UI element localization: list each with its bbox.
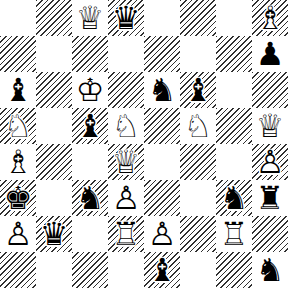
square-d6[interactable] bbox=[108, 72, 144, 108]
piece-white-knight[interactable]: ♞♘ bbox=[0, 108, 36, 144]
white-pawn-glyph: ♙ bbox=[108, 180, 144, 216]
square-b1[interactable] bbox=[36, 252, 72, 288]
piece-black-knight[interactable]: ♞♞ bbox=[216, 180, 252, 216]
square-e6[interactable]: ♞♞ bbox=[144, 72, 180, 108]
piece-black-knight[interactable]: ♞♞ bbox=[252, 252, 288, 288]
square-a1[interactable] bbox=[0, 252, 36, 288]
black-bishop-glyph: ♝ bbox=[72, 108, 108, 144]
square-b5[interactable] bbox=[36, 108, 72, 144]
white-pawn-glyph: ♙ bbox=[252, 144, 288, 180]
piece-black-knight[interactable]: ♞♞ bbox=[144, 72, 180, 108]
white-queen-glyph: ♕ bbox=[252, 108, 288, 144]
black-knight-glyph: ♞ bbox=[216, 180, 252, 216]
square-d1[interactable] bbox=[108, 252, 144, 288]
piece-white-queen[interactable]: ♛♕ bbox=[108, 144, 144, 180]
square-b4[interactable] bbox=[36, 144, 72, 180]
square-b3[interactable] bbox=[36, 180, 72, 216]
piece-white-pawn[interactable]: ♟♙ bbox=[144, 216, 180, 252]
black-knight-glyph: ♞ bbox=[144, 72, 180, 108]
square-b7[interactable] bbox=[36, 36, 72, 72]
white-rook-glyph: ♖ bbox=[108, 216, 144, 252]
piece-black-rook[interactable]: ♜♜ bbox=[252, 180, 288, 216]
square-f8[interactable] bbox=[180, 0, 216, 36]
square-a2[interactable]: ♟♙ bbox=[0, 216, 36, 252]
white-pawn-glyph: ♙ bbox=[144, 216, 180, 252]
square-f2[interactable] bbox=[180, 216, 216, 252]
square-d7[interactable] bbox=[108, 36, 144, 72]
chess-board: ♛♕♛♛♝♗♟♟♝♝♚♔♞♞♝♝♞♘♝♝♞♘♞♘♛♕♝♗♛♕♟♙♚♚♞♞♟♙♞♞… bbox=[0, 0, 288, 288]
square-h8[interactable]: ♝♗ bbox=[252, 0, 288, 36]
square-d5[interactable]: ♞♘ bbox=[108, 108, 144, 144]
piece-black-bishop[interactable]: ♝♝ bbox=[144, 252, 180, 288]
square-h7[interactable]: ♟♟ bbox=[252, 36, 288, 72]
black-knight-glyph: ♞ bbox=[252, 252, 288, 288]
square-c8[interactable]: ♛♕ bbox=[72, 0, 108, 36]
square-e2[interactable]: ♟♙ bbox=[144, 216, 180, 252]
piece-black-queen[interactable]: ♛♛ bbox=[108, 0, 144, 36]
square-a7[interactable] bbox=[0, 36, 36, 72]
piece-black-bishop[interactable]: ♝♝ bbox=[180, 72, 216, 108]
piece-black-bishop[interactable]: ♝♝ bbox=[0, 72, 36, 108]
square-g4[interactable] bbox=[216, 144, 252, 180]
square-c3[interactable]: ♞♞ bbox=[72, 180, 108, 216]
white-rook-glyph: ♖ bbox=[216, 216, 252, 252]
square-c1[interactable] bbox=[72, 252, 108, 288]
square-g5[interactable] bbox=[216, 108, 252, 144]
square-a3[interactable]: ♚♚ bbox=[0, 180, 36, 216]
piece-white-pawn[interactable]: ♟♙ bbox=[0, 216, 36, 252]
piece-black-queen[interactable]: ♛♛ bbox=[36, 216, 72, 252]
black-bishop-glyph: ♝ bbox=[144, 252, 180, 288]
square-b2[interactable]: ♛♛ bbox=[36, 216, 72, 252]
square-e5[interactable] bbox=[144, 108, 180, 144]
piece-black-knight[interactable]: ♞♞ bbox=[72, 180, 108, 216]
piece-black-pawn[interactable]: ♟♟ bbox=[252, 36, 288, 72]
black-queen-glyph: ♛ bbox=[36, 216, 72, 252]
square-h5[interactable]: ♛♕ bbox=[252, 108, 288, 144]
square-d3[interactable]: ♟♙ bbox=[108, 180, 144, 216]
square-g1[interactable] bbox=[216, 252, 252, 288]
square-e4[interactable] bbox=[144, 144, 180, 180]
square-h3[interactable]: ♜♜ bbox=[252, 180, 288, 216]
white-king-glyph: ♔ bbox=[72, 72, 108, 108]
square-a4[interactable]: ♝♗ bbox=[0, 144, 36, 180]
square-a6[interactable]: ♝♝ bbox=[0, 72, 36, 108]
square-a8[interactable] bbox=[0, 0, 36, 36]
square-d2[interactable]: ♜♖ bbox=[108, 216, 144, 252]
square-g2[interactable]: ♜♖ bbox=[216, 216, 252, 252]
white-bishop-glyph: ♗ bbox=[0, 144, 36, 180]
black-queen-glyph: ♛ bbox=[108, 0, 144, 36]
square-h2[interactable] bbox=[252, 216, 288, 252]
square-c4[interactable] bbox=[72, 144, 108, 180]
piece-white-queen[interactable]: ♛♕ bbox=[72, 0, 108, 36]
piece-black-king[interactable]: ♚♚ bbox=[0, 180, 36, 216]
square-f4[interactable] bbox=[180, 144, 216, 180]
square-f1[interactable] bbox=[180, 252, 216, 288]
square-c2[interactable] bbox=[72, 216, 108, 252]
white-knight-glyph: ♘ bbox=[108, 108, 144, 144]
square-e7[interactable] bbox=[144, 36, 180, 72]
piece-white-bishop[interactable]: ♝♗ bbox=[0, 144, 36, 180]
piece-black-bishop[interactable]: ♝♝ bbox=[72, 108, 108, 144]
square-a5[interactable]: ♞♘ bbox=[0, 108, 36, 144]
black-bishop-glyph: ♝ bbox=[180, 72, 216, 108]
square-f7[interactable] bbox=[180, 36, 216, 72]
square-h4[interactable]: ♟♙ bbox=[252, 144, 288, 180]
black-rook-glyph: ♜ bbox=[252, 180, 288, 216]
square-e8[interactable] bbox=[144, 0, 180, 36]
black-pawn-glyph: ♟ bbox=[252, 36, 288, 72]
black-king-glyph: ♚ bbox=[0, 180, 36, 216]
square-e3[interactable] bbox=[144, 180, 180, 216]
square-g6[interactable] bbox=[216, 72, 252, 108]
piece-white-king[interactable]: ♚♔ bbox=[72, 72, 108, 108]
white-pawn-glyph: ♙ bbox=[0, 216, 36, 252]
square-g8[interactable] bbox=[216, 0, 252, 36]
black-knight-glyph: ♞ bbox=[72, 180, 108, 216]
piece-white-queen[interactable]: ♛♕ bbox=[252, 108, 288, 144]
square-c6[interactable]: ♚♔ bbox=[72, 72, 108, 108]
square-h6[interactable] bbox=[252, 72, 288, 108]
piece-white-knight[interactable]: ♞♘ bbox=[180, 108, 216, 144]
piece-white-pawn[interactable]: ♟♙ bbox=[108, 180, 144, 216]
white-knight-glyph: ♘ bbox=[0, 108, 36, 144]
white-bishop-glyph: ♗ bbox=[252, 0, 288, 36]
square-g7[interactable] bbox=[216, 36, 252, 72]
piece-white-knight[interactable]: ♞♘ bbox=[108, 108, 144, 144]
square-c7[interactable] bbox=[72, 36, 108, 72]
square-e1[interactable]: ♝♝ bbox=[144, 252, 180, 288]
piece-white-rook[interactable]: ♜♖ bbox=[108, 216, 144, 252]
square-c5[interactable]: ♝♝ bbox=[72, 108, 108, 144]
square-d8[interactable]: ♛♛ bbox=[108, 0, 144, 36]
white-knight-glyph: ♘ bbox=[180, 108, 216, 144]
square-d4[interactable]: ♛♕ bbox=[108, 144, 144, 180]
square-f3[interactable] bbox=[180, 180, 216, 216]
piece-white-pawn[interactable]: ♟♙ bbox=[252, 144, 288, 180]
white-queen-glyph: ♕ bbox=[108, 144, 144, 180]
white-queen-glyph: ♕ bbox=[72, 0, 108, 36]
square-g3[interactable]: ♞♞ bbox=[216, 180, 252, 216]
square-h1[interactable]: ♞♞ bbox=[252, 252, 288, 288]
black-bishop-glyph: ♝ bbox=[0, 72, 36, 108]
square-f6[interactable]: ♝♝ bbox=[180, 72, 216, 108]
square-f5[interactable]: ♞♘ bbox=[180, 108, 216, 144]
square-b6[interactable] bbox=[36, 72, 72, 108]
piece-white-rook[interactable]: ♜♖ bbox=[216, 216, 252, 252]
square-b8[interactable] bbox=[36, 0, 72, 36]
piece-white-bishop[interactable]: ♝♗ bbox=[252, 0, 288, 36]
